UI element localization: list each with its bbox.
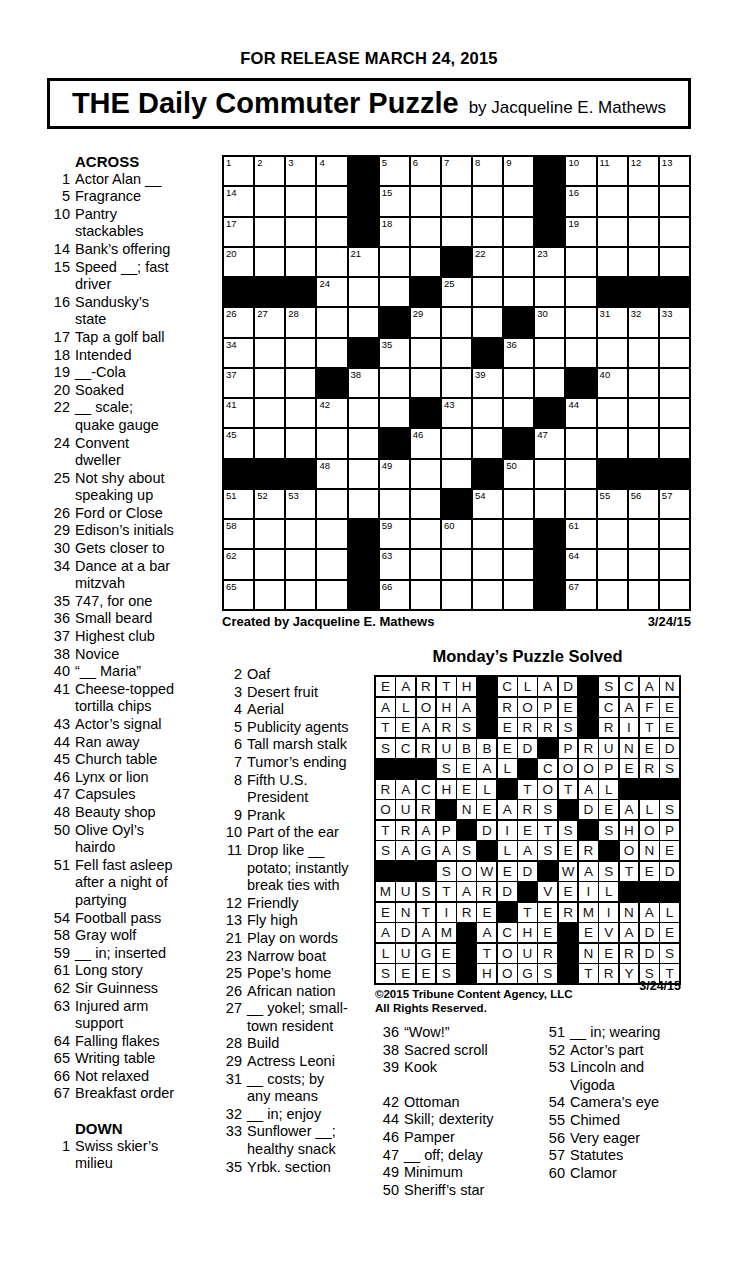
copyright: ©2015 Tribune Content Agency, LLC All Ri… [375, 988, 675, 1015]
grid-cell-r12c11[interactable] [535, 490, 564, 518]
grid-cell-r10c3[interactable] [286, 429, 315, 457]
grid-cell-r9c3[interactable] [286, 399, 315, 427]
clue-text: “__ Maria” [75, 663, 213, 681]
grid-cell-r7c2[interactable] [255, 339, 284, 367]
grid-cell-r4c10[interactable] [504, 248, 533, 276]
grid-cell-r6c12: L [599, 780, 618, 799]
grid-cell-r5c8[interactable]: 25 [442, 278, 471, 306]
grid-cell-r3c12[interactable]: 19 [566, 218, 595, 246]
cell-letter: E [665, 925, 674, 940]
grid-cell-r11c11[interactable] [535, 460, 564, 488]
grid-cell-r6c14[interactable]: 32 [629, 308, 658, 336]
grid-cell-r15c7[interactable] [411, 581, 440, 609]
clue-text: Long story [75, 962, 213, 980]
grid-cell-r3c9[interactable] [473, 218, 502, 246]
grid-cell-r7c15[interactable] [660, 339, 689, 367]
grid-cell-r15c8[interactable] [442, 581, 471, 609]
grid-cell-r13c3: A [417, 923, 436, 942]
clue-text: Lynx or lion [75, 769, 213, 787]
across-clue-46: 46Lynx or lion [48, 769, 213, 787]
grid-cell-r10c14[interactable] [629, 429, 658, 457]
clue-number: 47 [48, 786, 75, 804]
grid-cell-r3c3[interactable] [286, 218, 315, 246]
grid-cell-r4c6[interactable] [380, 248, 409, 276]
grid-cell-r12c4: I [437, 903, 456, 922]
grid-cell-r5c5: E [457, 759, 476, 778]
black-cell-r9c11 [535, 399, 564, 427]
grid-cell-r15c1[interactable]: 65 [224, 581, 253, 609]
grid-cell-r7c13: A [620, 800, 639, 819]
grid-cell-r4c2[interactable] [255, 248, 284, 276]
grid-cell-r2c1: A [376, 698, 395, 717]
grid-cell-r1c10[interactable]: 9 [504, 157, 533, 185]
across-clue-14: 14Bank’s offering [48, 241, 213, 259]
grid-cell-r7c8[interactable] [442, 339, 471, 367]
grid-cell-r1c2[interactable]: 2 [255, 157, 284, 185]
grid-cell-r7c13[interactable] [598, 339, 627, 367]
grid-cell-r7c12[interactable] [566, 339, 595, 367]
grid-cell-r13c6[interactable]: 59 [380, 520, 409, 548]
down-clue-28: 28Build [220, 1035, 372, 1053]
down-clue-49: 49Minimum [377, 1164, 537, 1182]
across-clue-15: 15Speed __; fast driver [48, 259, 213, 294]
grid-cell-r4c4[interactable] [317, 248, 346, 276]
cell-letter: L [666, 905, 674, 920]
grid-cell-r4c11[interactable]: 23 [535, 248, 564, 276]
grid-cell-r15c10[interactable] [504, 581, 533, 609]
grid-cell-r5c11[interactable] [535, 278, 564, 306]
cell-letter: A [543, 679, 552, 694]
grid-cell-r4c10: P [559, 739, 578, 758]
grid-cell-r6c4[interactable] [317, 308, 346, 336]
grid-cell-r13c4[interactable] [317, 520, 346, 548]
cell-letter: M [583, 905, 594, 920]
grid-footer: Created by Jacqueline E. Mathews 3/24/15 [222, 614, 691, 629]
grid-cell-r14c12: E [599, 944, 618, 963]
black-cell-r14c5 [457, 944, 476, 963]
grid-cell-r10c9[interactable] [473, 429, 502, 457]
grid-cell-r13c2[interactable] [255, 520, 284, 548]
grid-cell-r12c4[interactable] [317, 490, 346, 518]
grid-cell-r1c12[interactable]: 10 [566, 157, 595, 185]
cell-letter: E [665, 720, 674, 735]
grid-cell-r14c9[interactable] [473, 550, 502, 578]
cell-letter: N [584, 946, 594, 961]
clue-number: 19 [48, 364, 75, 382]
cell-letter: I [587, 884, 591, 899]
grid-cell-r9c3: G [417, 841, 436, 860]
grid-cell-r2c7[interactable] [411, 187, 440, 215]
across-clue-18: 18Intended [48, 347, 213, 365]
grid-cell-r7c7[interactable] [411, 339, 440, 367]
grid-cell-r4c15[interactable] [660, 248, 689, 276]
grid-cell-r11c5[interactable] [349, 460, 378, 488]
grid-cell-r12c2[interactable]: 52 [255, 490, 284, 518]
grid-cell-r8c11[interactable] [535, 369, 564, 397]
grid-cell-r2c13[interactable] [598, 187, 627, 215]
grid-cell-r15c12[interactable]: 67 [566, 581, 595, 609]
grid-cell-r11c6[interactable]: 49 [380, 460, 409, 488]
grid-cell-r7c11[interactable] [535, 339, 564, 367]
grid-cell-r2c14[interactable] [629, 187, 658, 215]
grid-cell-r13c8[interactable]: 60 [442, 520, 471, 548]
grid-cell-r5c5[interactable] [349, 278, 378, 306]
cell-number: 44 [568, 399, 579, 410]
grid-cell-r10c15[interactable] [660, 429, 689, 457]
grid-cell-r2c6[interactable]: 15 [380, 187, 409, 215]
grid-cell-r8c9[interactable]: 39 [473, 369, 502, 397]
grid-cell-r2c2[interactable] [255, 187, 284, 215]
grid-cell-r6c12[interactable] [566, 308, 595, 336]
grid-cell-r12c15[interactable]: 57 [660, 490, 689, 518]
cell-letter: E [543, 905, 552, 920]
grid-cell-r14c14[interactable] [629, 550, 658, 578]
grid-cell-r2c15[interactable] [660, 187, 689, 215]
grid-cell-r8c15[interactable] [660, 369, 689, 397]
grid-cell-r15c4[interactable] [317, 581, 346, 609]
grid-cell-r4c3: R [417, 739, 436, 758]
grid-cell-r2c4[interactable] [317, 187, 346, 215]
grid-cell-r6c5[interactable] [349, 308, 378, 336]
grid-cell-r9c12[interactable]: 44 [566, 399, 595, 427]
grid-cell-r6c9[interactable] [473, 308, 502, 336]
cell-number: 25 [444, 278, 455, 289]
grid-cell-r13c9[interactable] [473, 520, 502, 548]
cell-letter: E [482, 802, 491, 817]
grid-cell-r3c6[interactable]: 18 [380, 218, 409, 246]
grid-cell-r14c12[interactable]: 64 [566, 550, 595, 578]
grid-cell-r9c7: L [498, 841, 517, 860]
cell-letter: S [381, 741, 390, 756]
across-clue-45: 45Church table [48, 751, 213, 769]
grid-cell-r2c3[interactable] [286, 187, 315, 215]
clue-number: 65 [48, 1050, 75, 1068]
cell-number: 50 [506, 460, 517, 471]
grid-cell-r8c8[interactable] [442, 369, 471, 397]
grid-cell-r7c6[interactable]: 35 [380, 339, 409, 367]
grid-cell-r5c9[interactable] [473, 278, 502, 306]
grid-cell-r9c8[interactable]: 43 [442, 399, 471, 427]
cell-letter: T [422, 905, 430, 920]
grid-cell-r12c10: R [559, 903, 578, 922]
grid-cell-r13c13[interactable] [598, 520, 627, 548]
cell-letter: D [401, 925, 411, 940]
grid-cell-r15c2[interactable] [255, 581, 284, 609]
down-clue-25: 25Pope’s home [220, 965, 372, 983]
grid-cell-r1c7[interactable]: 6 [411, 157, 440, 185]
cell-letter: U [441, 741, 451, 756]
grid-cell-r11c12[interactable] [566, 460, 595, 488]
cell-letter: O [543, 782, 554, 797]
clue-number: 54 [48, 910, 75, 928]
grid-cell-r5c14: R [640, 759, 659, 778]
clue-number: 4 [220, 701, 247, 719]
clue-text: Breakfast order [75, 1085, 213, 1103]
grid-cell-r1c14[interactable]: 12 [629, 157, 658, 185]
cell-number: 9 [506, 157, 511, 168]
grid-cell-r11c10[interactable]: 50 [504, 460, 533, 488]
grid-cell-r4c13[interactable] [598, 248, 627, 276]
grid-cell-r14c3[interactable] [286, 550, 315, 578]
grid-cell-r3c13[interactable] [598, 218, 627, 246]
grid-cell-r3c8[interactable] [442, 218, 471, 246]
grid-cell-r14c4: E [437, 944, 456, 963]
cell-letter: G [421, 843, 432, 858]
cell-letter: R [584, 843, 594, 858]
grid-cell-r6c15[interactable]: 33 [660, 308, 689, 336]
grid-cell-r2c9[interactable] [473, 187, 502, 215]
cell-number: 32 [631, 308, 642, 319]
grid-cell-r15c14[interactable] [629, 581, 658, 609]
grid-cell-r12c9[interactable]: 54 [473, 490, 502, 518]
grid-cell-r15c13[interactable] [598, 581, 627, 609]
grid-cell-r4c7[interactable] [411, 248, 440, 276]
cell-number: 24 [319, 278, 330, 289]
grid-cell-r13c15[interactable] [660, 520, 689, 548]
grid-cell-r12c3[interactable]: 53 [286, 490, 315, 518]
clue-text: __ yokel; small- town resident [247, 1000, 372, 1035]
grid-cell-r4c5[interactable]: 21 [349, 248, 378, 276]
black-cell-r1c5 [349, 157, 378, 185]
grid-cell-r8c10[interactable] [504, 369, 533, 397]
down-clue-10: 10Part of the ear [220, 824, 372, 842]
cell-letter: O [380, 802, 391, 817]
grid-cell-r9c15[interactable] [660, 399, 689, 427]
grid-cell-r15c6[interactable]: 66 [380, 581, 409, 609]
grid-cell-r10c7[interactable]: 46 [411, 429, 440, 457]
grid-cell-r12c14: A [640, 903, 659, 922]
down-heading: DOWN [75, 1120, 213, 1138]
grid-cell-r12c5[interactable] [349, 490, 378, 518]
grid-cell-r1c13[interactable]: 11 [598, 157, 627, 185]
grid-cell-r10c8[interactable] [442, 429, 471, 457]
grid-cell-r9c4[interactable]: 42 [317, 399, 346, 427]
grid-cell-r14c3: G [417, 944, 436, 963]
grid-cell-r6c7[interactable]: 29 [411, 308, 440, 336]
grid-cell-r7c1: O [376, 800, 395, 819]
grid-cell-r6c13[interactable]: 31 [598, 308, 627, 336]
grid-cell-r3c1[interactable]: 17 [224, 218, 253, 246]
black-cell-r10c9 [538, 862, 557, 881]
grid-cell-r9c14[interactable] [629, 399, 658, 427]
grid-cell-r8c13[interactable]: 40 [598, 369, 627, 397]
grid-cell-r10c12[interactable] [566, 429, 595, 457]
grid-cell-r13c14[interactable] [629, 520, 658, 548]
grid-cell-r12c6[interactable] [380, 490, 409, 518]
grid-cell-r2c10[interactable] [504, 187, 533, 215]
grid-cell-r3c7[interactable] [411, 218, 440, 246]
grid-cell-r13c12[interactable]: 61 [566, 520, 595, 548]
cell-number: 30 [537, 308, 548, 319]
grid-cell-r4c14[interactable] [629, 248, 658, 276]
grid-cell-r1c3[interactable]: 3 [286, 157, 315, 185]
grid-cell-r3c14[interactable] [629, 218, 658, 246]
puzzle-date: 3/24/15 [648, 614, 691, 629]
grid-cell-r5c6[interactable] [380, 278, 409, 306]
cell-letter: T [645, 720, 653, 735]
grid-cell-r5c11: O [579, 759, 598, 778]
grid-cell-r14c6: T [477, 944, 496, 963]
across-clue-63: 63Injured arm support [48, 998, 213, 1033]
grid-cell-r7c2: U [396, 800, 415, 819]
grid-cell-r14c13[interactable] [598, 550, 627, 578]
grid-cell-r1c4[interactable]: 4 [317, 157, 346, 185]
grid-cell-r12c7[interactable] [411, 490, 440, 518]
across-clue-20: 20Soaked [48, 382, 213, 400]
grid-cell-r6c2[interactable]: 27 [255, 308, 284, 336]
grid-cell-r5c12[interactable] [566, 278, 595, 306]
grid-cell-r2c1[interactable]: 14 [224, 187, 253, 215]
grid-cell-r10c1[interactable]: 45 [224, 429, 253, 457]
grid-cell-r13c7[interactable] [411, 520, 440, 548]
grid-cell-r7c3[interactable] [286, 339, 315, 367]
grid-cell-r1c9[interactable]: 8 [473, 157, 502, 185]
grid-cell-r11c8[interactable] [442, 460, 471, 488]
grid-cell-r14c8[interactable] [442, 550, 471, 578]
cell-letter: F [645, 700, 653, 715]
grid-cell-r9c2[interactable] [255, 399, 284, 427]
grid-cell-r1c15[interactable]: 13 [660, 157, 689, 185]
grid-cell-r8c6[interactable] [380, 369, 409, 397]
grid-cell-r10c8: D [518, 862, 537, 881]
puzzle-page: FOR RELEASE MARCH 24, 2015 THE Daily Com… [0, 0, 738, 1275]
clue-text: Narrow boat [247, 948, 372, 966]
grid-cell-r10c2[interactable] [255, 429, 284, 457]
grid-cell-r4c9[interactable]: 22 [473, 248, 502, 276]
grid-cell-r3c15[interactable] [660, 218, 689, 246]
grid-cell-r7c4[interactable] [317, 339, 346, 367]
clue-text: Minimum [404, 1164, 537, 1182]
grid-cell-r14c15: S [660, 944, 679, 963]
grid-cell-r8c1[interactable]: 37 [224, 369, 253, 397]
black-cell-r5c2 [396, 759, 415, 778]
grid-cell-r6c11[interactable]: 30 [535, 308, 564, 336]
cell-letter: S [543, 802, 552, 817]
grid-cell-r14c2[interactable] [255, 550, 284, 578]
grid-cell-r12c10[interactable] [504, 490, 533, 518]
cell-letter: A [401, 782, 410, 797]
grid-cell-r12c13[interactable]: 55 [598, 490, 627, 518]
grid-cell-r10c5[interactable] [349, 429, 378, 457]
clue-number: 52 [543, 1042, 570, 1060]
grid-cell-r3c2: E [396, 718, 415, 737]
main-crossword-grid: 1234567891011121314151617181920212223242… [222, 155, 691, 611]
grid-cell-r8c2[interactable] [255, 369, 284, 397]
grid-cell-r13c2: D [396, 923, 415, 942]
grid-cell-r14c6[interactable]: 63 [380, 550, 409, 578]
grid-cell-r3c2[interactable] [255, 218, 284, 246]
cell-letter: A [645, 679, 654, 694]
grid-cell-r11c7[interactable] [411, 460, 440, 488]
grid-cell-r9c6[interactable] [380, 399, 409, 427]
grid-cell-r7c10[interactable]: 36 [504, 339, 533, 367]
clue-number: 48 [48, 804, 75, 822]
grid-cell-r15c9[interactable] [473, 581, 502, 609]
grid-cell-r8c14[interactable] [629, 369, 658, 397]
black-cell-r14c5 [349, 550, 378, 578]
grid-cell-r6c3[interactable]: 28 [286, 308, 315, 336]
grid-cell-r9c9[interactable] [473, 399, 502, 427]
across-clue-24: 24Convent dweller [48, 435, 213, 470]
grid-cell-r11c4[interactable]: 48 [317, 460, 346, 488]
grid-cell-r12c12[interactable] [566, 490, 595, 518]
grid-cell-r14c7[interactable] [411, 550, 440, 578]
grid-cell-r2c3: O [417, 698, 436, 717]
grid-cell-r10c4[interactable] [317, 429, 346, 457]
grid-cell-r6c1[interactable]: 26 [224, 308, 253, 336]
down-column-4: 51__ in; wearing52Actor’s part53Lincoln … [543, 1024, 688, 1182]
grid-cell-r2c12[interactable]: 16 [566, 187, 595, 215]
down-clue-23: 23Narrow boat [220, 948, 372, 966]
cell-letter: A [584, 782, 593, 797]
grid-cell-r7c14[interactable] [629, 339, 658, 367]
grid-cell-r12c1[interactable]: 51 [224, 490, 253, 518]
grid-cell-r5c10[interactable] [504, 278, 533, 306]
grid-cell-r3c10[interactable] [504, 218, 533, 246]
grid-cell-r8c7[interactable] [411, 369, 440, 397]
grid-cell-r14c1[interactable]: 62 [224, 550, 253, 578]
grid-cell-r9c10[interactable] [504, 399, 533, 427]
grid-cell-r12c14[interactable]: 56 [629, 490, 658, 518]
grid-cell-r10c11[interactable]: 47 [535, 429, 564, 457]
grid-cell-r8c5[interactable]: 38 [349, 369, 378, 397]
cell-letter: L [503, 843, 511, 858]
grid-cell-r13c3[interactable] [286, 520, 315, 548]
grid-cell-r13c10[interactable] [504, 520, 533, 548]
down-clue-4: 4Aerial [220, 701, 372, 719]
grid-cell-r13c8: H [518, 923, 537, 942]
black-cell-r8c12 [566, 369, 595, 397]
grid-cell-r15c15[interactable] [660, 581, 689, 609]
grid-cell-r3c4[interactable] [317, 218, 346, 246]
cell-letter: P [442, 823, 451, 838]
grid-cell-r14c8: U [518, 944, 537, 963]
grid-cell-r4c1[interactable]: 20 [224, 248, 253, 276]
grid-cell-r6c8[interactable] [442, 308, 471, 336]
grid-cell-r1c1[interactable]: 1 [224, 157, 253, 185]
grid-cell-r1c1: E [376, 677, 395, 696]
grid-cell-r7c11: D [579, 800, 598, 819]
grid-cell-r1c6[interactable]: 5 [380, 157, 409, 185]
grid-cell-r9c5[interactable] [349, 399, 378, 427]
grid-cell-r1c8: L [518, 677, 537, 696]
grid-cell-r14c15[interactable] [660, 550, 689, 578]
cell-letter: D [584, 802, 594, 817]
grid-cell-r10c13[interactable] [598, 429, 627, 457]
grid-cell-r14c10[interactable] [504, 550, 533, 578]
clue-text: __-Cola [75, 364, 213, 382]
cell-letter: P [543, 700, 552, 715]
grid-cell-r5c4[interactable]: 24 [317, 278, 346, 306]
grid-cell-r1c8[interactable]: 7 [442, 157, 471, 185]
grid-cell-r7c1[interactable]: 34 [224, 339, 253, 367]
grid-cell-r14c2: U [396, 944, 415, 963]
grid-cell-r4c12[interactable] [566, 248, 595, 276]
grid-cell-r13c1[interactable]: 58 [224, 520, 253, 548]
clue-number: 7 [220, 754, 247, 772]
across-clue-22: 22__ scale; quake gauge [48, 399, 213, 434]
grid-cell-r14c4[interactable] [317, 550, 346, 578]
down-clue-53: 53Lincoln and Vigoda [543, 1059, 688, 1094]
grid-cell-r8c3[interactable] [286, 369, 315, 397]
grid-cell-r4c3[interactable] [286, 248, 315, 276]
grid-cell-r2c8[interactable] [442, 187, 471, 215]
cell-letter: E [503, 720, 512, 735]
grid-cell-r15c3[interactable] [286, 581, 315, 609]
grid-cell-r9c1[interactable]: 41 [224, 399, 253, 427]
cell-number: 16 [568, 187, 579, 198]
grid-cell-r9c13[interactable] [598, 399, 627, 427]
